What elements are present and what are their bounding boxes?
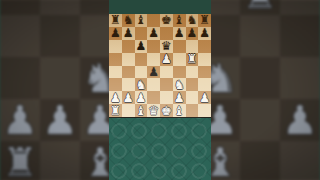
square-a8[interactable]: ♜ [109, 14, 122, 27]
square-e2[interactable] [160, 91, 173, 104]
square-h6[interactable] [198, 40, 211, 53]
square-f5[interactable] [173, 53, 186, 66]
bg-white-pawn: ♟ [2, 100, 38, 140]
square-b3[interactable] [122, 78, 135, 91]
bg-square-h3 [280, 57, 320, 99]
white-pawn[interactable]: ♟ [123, 92, 134, 104]
board-area: ♜♞♝♚♝♞♜♟♟♟♟♟♟♟♛♟♜♟♞♞♟♟♟♟♟♜♝♛♚♝ [109, 14, 211, 118]
square-c4[interactable] [135, 66, 148, 79]
square-a2[interactable]: ♟ [109, 91, 122, 104]
square-c7[interactable] [135, 27, 148, 40]
black-pawn[interactable]: ♟ [186, 27, 197, 39]
square-f7[interactable]: ♟ [173, 27, 186, 40]
square-a3[interactable] [109, 78, 122, 91]
black-pawn[interactable]: ♟ [174, 27, 185, 39]
square-g4[interactable] [186, 66, 199, 79]
black-pawn[interactable]: ♟ [123, 27, 134, 39]
square-e1[interactable]: ♚ [160, 104, 173, 117]
bg-square-b3 [40, 57, 80, 99]
square-d8[interactable] [147, 14, 160, 27]
square-b8[interactable]: ♞ [122, 14, 135, 27]
white-pawn[interactable]: ♟ [161, 53, 172, 65]
black-king[interactable]: ♚ [161, 14, 172, 26]
square-d4[interactable]: ♟ [147, 66, 160, 79]
bg-square-a1: ♜ [0, 141, 40, 180]
bg-white-pawn: ♟ [42, 100, 78, 140]
bg-square-b1 [40, 141, 80, 180]
bg-square-a5 [0, 0, 40, 15]
white-bishop[interactable]: ♝ [135, 105, 146, 117]
table-background-top [109, 0, 211, 14]
square-f4[interactable] [173, 66, 186, 79]
white-rook[interactable]: ♜ [186, 53, 197, 65]
square-h1[interactable] [198, 104, 211, 117]
black-pawn[interactable]: ♟ [135, 40, 146, 52]
square-a1[interactable]: ♜ [109, 104, 122, 117]
table-background-bottom [109, 118, 211, 180]
bg-square-b2: ♟ [40, 99, 80, 141]
white-queen[interactable]: ♛ [148, 105, 159, 117]
black-pawn[interactable]: ♟ [199, 27, 210, 39]
square-g2[interactable] [186, 91, 199, 104]
bg-white-pawn: ♟ [282, 100, 318, 140]
square-c2[interactable]: ♟ [135, 91, 148, 104]
bg-square-b5 [40, 0, 80, 15]
square-f3[interactable]: ♞ [173, 78, 186, 91]
square-c1[interactable]: ♝ [135, 104, 148, 117]
square-e6[interactable]: ♛ [160, 40, 173, 53]
square-e5[interactable]: ♟ [160, 53, 173, 66]
square-f8[interactable]: ♝ [173, 14, 186, 27]
square-g6[interactable] [186, 40, 199, 53]
square-d1[interactable]: ♛ [147, 104, 160, 117]
square-e3[interactable] [160, 78, 173, 91]
square-b7[interactable]: ♟ [122, 27, 135, 40]
black-knight[interactable]: ♞ [186, 14, 197, 26]
bg-square-g4 [240, 15, 280, 57]
bg-square-b4 [40, 15, 80, 57]
square-d7[interactable]: ♟ [147, 27, 160, 40]
square-d2[interactable] [147, 91, 160, 104]
square-g8[interactable]: ♞ [186, 14, 199, 27]
square-c8[interactable]: ♝ [135, 14, 148, 27]
square-b5[interactable] [122, 53, 135, 66]
square-h3[interactable] [198, 78, 211, 91]
square-a7[interactable]: ♟ [109, 27, 122, 40]
black-pawn[interactable]: ♟ [148, 66, 159, 78]
video-column: ♜♞♝♚♝♞♜♟♟♟♟♟♟♟♛♟♜♟♞♞♟♟♟♟♟♜♝♛♚♝ [109, 0, 211, 180]
square-c6[interactable]: ♟ [135, 40, 148, 53]
black-pawn[interactable]: ♟ [110, 27, 121, 39]
square-f2[interactable]: ♟ [173, 91, 186, 104]
square-h4[interactable] [198, 66, 211, 79]
white-rook[interactable]: ♜ [110, 105, 121, 117]
square-h8[interactable]: ♜ [198, 14, 211, 27]
square-e8[interactable]: ♚ [160, 14, 173, 27]
square-g5[interactable]: ♜ [186, 53, 199, 66]
black-rook[interactable]: ♜ [199, 14, 210, 26]
square-c5[interactable] [135, 53, 148, 66]
black-knight[interactable]: ♞ [123, 14, 134, 26]
bg-square-a3 [0, 57, 40, 99]
square-d3[interactable] [147, 78, 160, 91]
white-bishop[interactable]: ♝ [174, 105, 185, 117]
black-pawn[interactable]: ♟ [148, 27, 159, 39]
white-pawn[interactable]: ♟ [174, 92, 185, 104]
bg-square-a2: ♟ [0, 99, 40, 141]
black-queen[interactable]: ♛ [161, 40, 172, 52]
square-h7[interactable]: ♟ [198, 27, 211, 40]
white-pawn[interactable]: ♟ [199, 92, 210, 104]
chess-board[interactable]: ♜♞♝♚♝♞♜♟♟♟♟♟♟♟♛♟♜♟♞♞♟♟♟♟♟♜♝♛♚♝ [109, 14, 211, 117]
square-b6[interactable] [122, 40, 135, 53]
white-knight[interactable]: ♞ [174, 79, 185, 91]
square-a5[interactable] [109, 53, 122, 66]
bg-square-g5: ♜ [240, 0, 280, 15]
square-f1[interactable]: ♝ [173, 104, 186, 117]
bg-square-a4 [0, 15, 40, 57]
square-g3[interactable] [186, 78, 199, 91]
square-a4[interactable] [109, 66, 122, 79]
square-d6[interactable] [147, 40, 160, 53]
black-bishop[interactable]: ♝ [135, 14, 146, 26]
video-frame: ♜♞♝♚♝♞♜♟♟♟♟♟♟♟♛♟♜♟♞♞♟♟♟♟♟♜♝♛♚♝ ♜♞♝♚♝♞♜♟♟… [0, 0, 320, 180]
black-rook[interactable]: ♜ [110, 14, 121, 26]
square-g1[interactable] [186, 104, 199, 117]
square-e4[interactable] [160, 66, 173, 79]
square-h2[interactable]: ♟ [198, 91, 211, 104]
square-a6[interactable] [109, 40, 122, 53]
bg-white-rook: ♜ [242, 0, 278, 14]
white-pawn[interactable]: ♟ [110, 92, 121, 104]
bg-white-rook: ♜ [2, 142, 38, 180]
bg-square-g1 [240, 141, 280, 180]
square-f6[interactable] [173, 40, 186, 53]
square-b4[interactable] [122, 66, 135, 79]
square-b2[interactable]: ♟ [122, 91, 135, 104]
square-b1[interactable] [122, 104, 135, 117]
white-knight[interactable]: ♞ [135, 79, 146, 91]
bg-square-g3 [240, 57, 280, 99]
square-e7[interactable] [160, 27, 173, 40]
bg-square-h2: ♟ [280, 99, 320, 141]
square-c3[interactable]: ♞ [135, 78, 148, 91]
white-pawn[interactable]: ♟ [135, 92, 146, 104]
square-h5[interactable] [198, 53, 211, 66]
white-king[interactable]: ♚ [161, 105, 172, 117]
bg-square-h1 [280, 141, 320, 180]
square-g7[interactable]: ♟ [186, 27, 199, 40]
black-bishop[interactable]: ♝ [174, 14, 185, 26]
bg-square-h4 [280, 15, 320, 57]
square-d5[interactable] [147, 53, 160, 66]
bg-square-g2 [240, 99, 280, 141]
bg-square-h5 [280, 0, 320, 15]
